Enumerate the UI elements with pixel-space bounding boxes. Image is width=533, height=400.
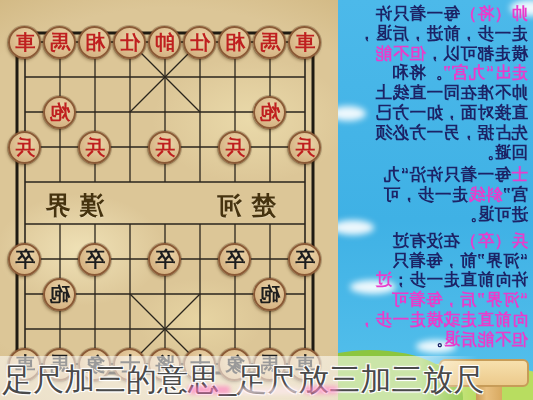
- piece-red-6[interactable]: 相: [79, 26, 112, 59]
- rules-text-line: 许向前直走一步；过: [343, 270, 528, 290]
- rules-text-line: 士每一着只许沿“九: [343, 165, 528, 185]
- rules-text-line: 走出“九宫”。将和: [343, 63, 528, 83]
- rules-text-run: 向前直走或横走一步，: [358, 310, 528, 328]
- rules-text-line: 帅不准在同一直线上: [343, 83, 528, 103]
- watermark: [188, 384, 338, 396]
- rules-text-line: 走一步，前进，后退，: [343, 24, 528, 44]
- rules-text-run: “河界”前，每着只: [392, 251, 529, 269]
- rules-text-line: 回避。: [343, 143, 528, 163]
- rules-text-run: 帅不准在同一直线上: [375, 83, 528, 101]
- xiangqi-board[interactable]: 楚河 漢界 車馬相仕帥仕相馬車炮炮兵兵兵兵兵卒卒卒卒卒砲砲車馬象士將士象馬車: [0, 0, 338, 400]
- piece-black-17[interactable]: 卒: [219, 243, 252, 276]
- river-label-chuhe: 楚河: [208, 189, 276, 222]
- piece-red-1[interactable]: 馬: [254, 26, 287, 59]
- rules-text-run: 横走都可以，: [426, 44, 528, 62]
- piece-black-19[interactable]: 卒: [79, 243, 112, 276]
- rules-text-mirror-wrapper: 帅（将）每一着只许走一步，前进，后退，横走都可以，但不能走出“九宫”。将和帅不准…: [338, 0, 533, 400]
- rules-text-run: 宫”: [502, 185, 528, 203]
- rules-text-run: 斜线: [468, 185, 502, 203]
- piece-black-22[interactable]: 砲: [44, 278, 77, 311]
- rules-text-line: 进可退。: [343, 205, 528, 225]
- piece-red-5[interactable]: 仕: [114, 26, 147, 59]
- rules-text-run: 每一着只许: [375, 4, 460, 22]
- rules-text-line: “河界”前，每着只: [343, 251, 528, 271]
- watermark-blob: [304, 386, 338, 394]
- rules-text-run: 回避。: [477, 143, 528, 161]
- rules-text-run: 帅（将）: [460, 4, 528, 22]
- rules-text-line: 兵（卒）在没有过: [343, 231, 528, 251]
- rules-text-run: 但不能后退: [443, 330, 528, 348]
- rules-text-run: 走一步，前进，后退，: [358, 24, 528, 42]
- piece-red-4[interactable]: 帥: [149, 26, 182, 59]
- rules-text-line: 帅（将）每一着只许: [343, 4, 528, 24]
- piece-red-3[interactable]: 仕: [184, 26, 217, 59]
- watermark-blob: [238, 387, 300, 395]
- piece-red-9[interactable]: 炮: [254, 96, 287, 129]
- piece-red-11[interactable]: 兵: [289, 131, 322, 164]
- rules-text-line: 先占据，另一方必须: [343, 123, 528, 143]
- piece-black-18[interactable]: 卒: [149, 243, 182, 276]
- piece-red-13[interactable]: 兵: [149, 131, 182, 164]
- piece-red-12[interactable]: 兵: [219, 131, 252, 164]
- rules-text-run: 士: [511, 165, 528, 183]
- rules-text-run: 但不能: [375, 44, 426, 62]
- watermark-blob: [188, 386, 230, 394]
- piece-red-7[interactable]: 馬: [44, 26, 77, 59]
- rules-text-run: 走出“九宫”: [443, 63, 529, 81]
- rules-text-run: 进可退。: [460, 205, 528, 223]
- rules-panel: 帅（将）每一着只许走一步，前进，后退，横走都可以，但不能走出“九宫”。将和帅不准…: [338, 0, 533, 400]
- rules-text-run: 过: [375, 270, 392, 288]
- piece-red-0[interactable]: 車: [289, 26, 322, 59]
- piece-red-15[interactable]: 兵: [9, 131, 42, 164]
- piece-black-20[interactable]: 卒: [9, 243, 42, 276]
- piece-red-2[interactable]: 相: [219, 26, 252, 59]
- rules-text-run: 兵（卒）: [460, 231, 528, 249]
- rules-text-run: 每一着只许沿“九: [383, 165, 511, 183]
- rules-text-line: 向前直走或横走一步，: [343, 310, 528, 330]
- piece-red-10[interactable]: 炮: [44, 96, 77, 129]
- rules-text-line: 宫”斜线走一步，可: [343, 185, 528, 205]
- piece-black-16[interactable]: 卒: [289, 243, 322, 276]
- piece-red-14[interactable]: 兵: [79, 131, 112, 164]
- rules-text-line: “河界”后，每着可: [343, 290, 528, 310]
- screenshot-root: 楚河 漢界 車馬相仕帥仕相馬車炮炮兵兵兵兵兵卒卒卒卒卒砲砲車馬象士將士象馬車 帅…: [0, 0, 533, 400]
- rules-text-line: 直接对面，如一方已: [343, 103, 528, 123]
- rules-text-run: 。: [426, 330, 443, 348]
- rules-text-run: 许向前直走一步；: [392, 270, 528, 288]
- rules-text-run: 直接对面，如一方已: [375, 103, 528, 121]
- rules-text-run: “河界”后，每着可: [392, 290, 529, 308]
- river-label-hanjie: 漢界: [36, 189, 104, 222]
- rules-text-run: 走一步，可: [383, 185, 468, 203]
- piece-red-8[interactable]: 車: [9, 26, 42, 59]
- rules-text-run: 先占据，另一方必须: [375, 123, 528, 141]
- piece-black-21[interactable]: 砲: [254, 278, 287, 311]
- rules-text-run: 。将和: [392, 63, 443, 81]
- rules-text-line: 但不能后退。: [343, 330, 528, 350]
- board-mirror-wrapper: 楚河 漢界 車馬相仕帥仕相馬車炮炮兵兵兵兵兵卒卒卒卒卒砲砲車馬象士將士象馬車: [0, 0, 330, 400]
- rules-text-run: 在没有过: [392, 231, 460, 249]
- rules-text-line: 横走都可以，但不能: [343, 44, 528, 64]
